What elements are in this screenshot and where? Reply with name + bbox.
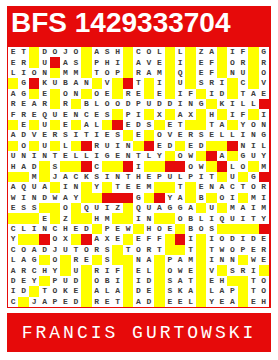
grid-cell: E bbox=[133, 234, 143, 244]
grid-cell bbox=[175, 224, 185, 234]
grid-cell bbox=[8, 141, 18, 151]
grid-cell: D bbox=[217, 89, 227, 99]
grid-cell: A bbox=[217, 182, 227, 192]
grid-cell: O bbox=[29, 68, 39, 78]
grid-cell: N bbox=[227, 68, 237, 78]
grid-cell bbox=[71, 161, 81, 171]
grid-cell bbox=[71, 213, 81, 223]
grid-cell: B bbox=[185, 224, 195, 234]
grid-cell bbox=[29, 141, 39, 151]
grid-cell bbox=[50, 68, 60, 78]
grid-cell: G bbox=[18, 89, 28, 99]
grid-cell: D bbox=[196, 141, 206, 151]
grid-cell bbox=[154, 161, 164, 171]
grid-cell bbox=[29, 57, 39, 67]
grid-cell: A bbox=[175, 109, 185, 119]
grid-cell bbox=[154, 193, 164, 203]
grid-cell bbox=[165, 245, 175, 255]
grid-cell: U bbox=[144, 99, 154, 109]
grid-cell: O bbox=[18, 245, 28, 255]
grid-cell bbox=[217, 47, 227, 57]
grid-cell bbox=[8, 120, 18, 130]
grid-cell: I bbox=[206, 234, 216, 244]
grid-cell bbox=[217, 161, 227, 171]
grid-cell: E bbox=[185, 265, 195, 275]
grid-cell: D bbox=[227, 234, 237, 244]
grid-cell: J bbox=[50, 172, 60, 182]
grid-cell bbox=[123, 130, 133, 140]
grid-cell: R bbox=[92, 265, 102, 275]
grid-cell: A bbox=[185, 286, 195, 296]
grid-cell: S bbox=[206, 224, 216, 234]
grid-cell: E bbox=[112, 151, 122, 161]
grid-cell bbox=[60, 265, 70, 275]
grid-cell: R bbox=[92, 297, 102, 307]
grid-cell: L bbox=[71, 151, 81, 161]
grid-cell: U bbox=[165, 172, 175, 182]
grid-cell: M bbox=[248, 193, 258, 203]
grid-cell bbox=[248, 109, 258, 119]
grid-cell: N bbox=[227, 255, 237, 265]
grid-cell: H bbox=[60, 224, 70, 234]
grid-cell bbox=[81, 193, 91, 203]
grid-cell: U bbox=[71, 265, 81, 275]
grid-cell bbox=[217, 172, 227, 182]
grid-cell: W bbox=[248, 255, 258, 265]
grid-cell bbox=[227, 89, 237, 99]
grid-cell: E bbox=[165, 224, 175, 234]
grid-cell: S bbox=[165, 286, 175, 296]
grid-cell: I bbox=[206, 89, 216, 99]
grid-cell bbox=[123, 255, 133, 265]
grid-cell: G bbox=[248, 172, 258, 182]
grid-cell: E bbox=[206, 130, 216, 140]
grid-cell: I bbox=[238, 213, 248, 223]
grid-cell: N bbox=[112, 172, 122, 182]
grid-cell: U bbox=[39, 141, 49, 151]
grid-cell: D bbox=[8, 276, 18, 286]
grid-cell bbox=[165, 182, 175, 192]
grid-cell: W bbox=[217, 245, 227, 255]
grid-cell bbox=[175, 234, 185, 244]
grid-cell bbox=[18, 213, 28, 223]
grid-cell: Z bbox=[196, 47, 206, 57]
grid-cell: L bbox=[248, 99, 258, 109]
grid-cell bbox=[154, 276, 164, 286]
grid-cell: W bbox=[196, 161, 206, 171]
grid-cell: E bbox=[206, 276, 216, 286]
grid-cell: Y bbox=[165, 193, 175, 203]
grid-cell: C bbox=[92, 161, 102, 171]
grid-cell: U bbox=[102, 141, 112, 151]
grid-cell: S bbox=[165, 276, 175, 286]
grid-cell bbox=[81, 141, 91, 151]
grid-cell: T bbox=[154, 245, 164, 255]
grid-cell: A bbox=[92, 234, 102, 244]
grid-cell: E bbox=[196, 182, 206, 192]
grid-cell: Q bbox=[217, 213, 227, 223]
cover-red-background: BFS 1429333704 ETDOJOASHCOLLZAIFGERUASPH… bbox=[7, 6, 271, 308]
grid-cell: T bbox=[185, 276, 195, 286]
grid-cell: R bbox=[259, 57, 269, 67]
grid-cell: P bbox=[154, 172, 164, 182]
grid-cell: U bbox=[92, 203, 102, 213]
grid-cell: D bbox=[39, 47, 49, 57]
grid-cell: F bbox=[238, 109, 248, 119]
grid-cell: R bbox=[238, 265, 248, 275]
grid-cell: T bbox=[112, 297, 122, 307]
grid-cell bbox=[144, 130, 154, 140]
grid-cell: R bbox=[259, 182, 269, 192]
grid-cell bbox=[185, 120, 195, 130]
grid-cell: H bbox=[8, 161, 18, 171]
grid-cell bbox=[112, 120, 122, 130]
grid-cell: E bbox=[196, 57, 206, 67]
grid-cell: H bbox=[92, 213, 102, 223]
grid-cell: S bbox=[102, 245, 112, 255]
grid-cell: O bbox=[154, 224, 164, 234]
grid-cell: E bbox=[102, 297, 112, 307]
grid-cell bbox=[133, 224, 143, 234]
grid-cell bbox=[29, 89, 39, 99]
grid-cell: T bbox=[248, 213, 258, 223]
grid-cell: O bbox=[165, 265, 175, 275]
grid-cell: E bbox=[133, 182, 143, 192]
grid-cell: S bbox=[102, 255, 112, 265]
grid-cell: D bbox=[39, 193, 49, 203]
grid-cell: C bbox=[50, 224, 60, 234]
grid-cell: N bbox=[71, 109, 81, 119]
grid-cell: U bbox=[8, 151, 18, 161]
grid-cell: S bbox=[227, 265, 237, 275]
grid-cell: O bbox=[154, 130, 164, 140]
grid-cell bbox=[206, 141, 216, 151]
grid-cell bbox=[39, 172, 49, 182]
grid-cell: L bbox=[217, 130, 227, 140]
grid-cell: E bbox=[259, 234, 269, 244]
grid-cell: D bbox=[144, 297, 154, 307]
grid-cell: E bbox=[8, 203, 18, 213]
grid-cell: I bbox=[175, 89, 185, 99]
grid-cell: K bbox=[217, 99, 227, 109]
grid-cell: L bbox=[92, 99, 102, 109]
grid-cell bbox=[133, 141, 143, 151]
grid-cell: G bbox=[29, 255, 39, 265]
grid-cell: Y bbox=[71, 193, 81, 203]
grid-cell: E bbox=[248, 297, 258, 307]
grid-cell: A bbox=[8, 182, 18, 192]
grid-cell: O bbox=[238, 161, 248, 171]
grid-cell bbox=[165, 57, 175, 67]
grid-cell: S bbox=[50, 161, 60, 171]
grid-cell: O bbox=[196, 224, 206, 234]
grid-cell: R bbox=[8, 99, 18, 109]
grid-cell: E bbox=[71, 224, 81, 234]
grid-cell: G bbox=[133, 193, 143, 203]
grid-cell bbox=[196, 109, 206, 119]
grid-cell bbox=[112, 161, 122, 171]
grid-cell: E bbox=[133, 265, 143, 275]
grid-cell: O bbox=[50, 255, 60, 265]
grid-cell: M bbox=[144, 182, 154, 192]
grid-cell: N bbox=[185, 99, 195, 109]
grid-cell: T bbox=[206, 172, 216, 182]
grid-cell bbox=[29, 286, 39, 296]
grid-cell: Q bbox=[39, 109, 49, 119]
grid-cell bbox=[154, 182, 164, 192]
grid-cell: B bbox=[185, 213, 195, 223]
grid-cell: I bbox=[60, 182, 70, 192]
grid-cell: L bbox=[238, 99, 248, 109]
grid-cell: T bbox=[39, 286, 49, 296]
grid-cell: R bbox=[206, 78, 216, 88]
grid-cell: L bbox=[206, 286, 216, 296]
grid-cell: A bbox=[29, 245, 39, 255]
grid-cell: O bbox=[50, 286, 60, 296]
grid-cell: F bbox=[206, 68, 216, 78]
grid-cell bbox=[248, 47, 258, 57]
grid-cell: I bbox=[92, 130, 102, 140]
grid-cell: E bbox=[39, 213, 49, 223]
grid-cell bbox=[102, 120, 112, 130]
grid-cell bbox=[238, 286, 248, 296]
grid-cell: E bbox=[154, 89, 164, 99]
grid-cell bbox=[123, 234, 133, 244]
grid-cell: B bbox=[196, 193, 206, 203]
grid-cell: D bbox=[144, 276, 154, 286]
grid-cell: H bbox=[102, 57, 112, 67]
grid-cell: E bbox=[71, 286, 81, 296]
grid-cell: I bbox=[102, 265, 112, 275]
grid-cell: O bbox=[71, 47, 81, 57]
grid-cell bbox=[92, 193, 102, 203]
grid-cell: O bbox=[60, 89, 70, 99]
grid-cell: T bbox=[92, 68, 102, 78]
grid-cell bbox=[81, 213, 91, 223]
grid-cell: I bbox=[175, 57, 185, 67]
grid-cell: U bbox=[206, 203, 216, 213]
grid-cell bbox=[81, 234, 91, 244]
grid-cell bbox=[112, 255, 122, 265]
grid-cell: N bbox=[206, 182, 216, 192]
grid-cell: L bbox=[227, 130, 237, 140]
author-band: FRANCIS GURTOWSKI bbox=[7, 313, 271, 352]
grid-cell bbox=[50, 57, 60, 67]
grid-cell bbox=[8, 78, 18, 88]
grid-cell: A bbox=[133, 57, 143, 67]
grid-cell: P bbox=[92, 57, 102, 67]
grid-cell bbox=[185, 68, 195, 78]
grid-cell: E bbox=[29, 109, 39, 119]
grid-cell: T bbox=[123, 245, 133, 255]
grid-cell: A bbox=[227, 297, 237, 307]
grid-cell: A bbox=[60, 172, 70, 182]
grid-cell: O bbox=[92, 276, 102, 286]
grid-cell bbox=[196, 297, 206, 307]
grid-cell: I bbox=[102, 203, 112, 213]
grid-cell bbox=[196, 276, 206, 286]
grid-cell: O bbox=[259, 286, 269, 296]
grid-cell bbox=[165, 151, 175, 161]
grid-cell: I bbox=[259, 109, 269, 119]
grid-cell: D bbox=[39, 245, 49, 255]
grid-cell: L bbox=[175, 172, 185, 182]
grid-cell: N bbox=[259, 120, 269, 130]
grid-cell bbox=[60, 161, 70, 171]
grid-cell bbox=[123, 265, 133, 275]
grid-cell bbox=[248, 224, 258, 234]
grid-cell: P bbox=[227, 286, 237, 296]
grid-cell: Z bbox=[112, 203, 122, 213]
grid-cell bbox=[154, 213, 164, 223]
grid-cell: O bbox=[175, 151, 185, 161]
grid-cell: O bbox=[248, 120, 258, 130]
grid-cell bbox=[81, 286, 91, 296]
grid-cell: G bbox=[165, 203, 175, 213]
grid-cell bbox=[39, 276, 49, 286]
grid-cell: S bbox=[102, 109, 112, 119]
grid-cell: P bbox=[165, 255, 175, 265]
grid-cell: G bbox=[259, 130, 269, 140]
grid-cell: Y bbox=[206, 297, 216, 307]
grid-cell bbox=[50, 141, 60, 151]
grid-cell: D bbox=[123, 99, 133, 109]
grid-cell bbox=[217, 224, 227, 234]
grid-cell: H bbox=[133, 172, 143, 182]
grid-cell bbox=[248, 57, 258, 67]
grid-cell: N bbox=[39, 151, 49, 161]
grid-cell: P bbox=[123, 109, 133, 119]
grid-cell: I bbox=[259, 193, 269, 203]
grid-cell: O bbox=[60, 203, 70, 213]
grid-cell: E bbox=[259, 255, 269, 265]
grid-cell bbox=[8, 213, 18, 223]
grid-cell: E bbox=[133, 89, 143, 99]
grid-cell bbox=[39, 255, 49, 265]
grid-cell: N bbox=[217, 255, 227, 265]
grid-cell bbox=[259, 265, 269, 275]
grid-cell: R bbox=[259, 245, 269, 255]
grid-cell bbox=[60, 255, 70, 265]
grid-cell: B bbox=[81, 99, 91, 109]
grid-cell: M bbox=[185, 255, 195, 265]
grid-cell: E bbox=[133, 130, 143, 140]
grid-cell bbox=[196, 286, 206, 296]
grid-cell: O bbox=[92, 89, 102, 99]
grid-cell: F bbox=[185, 89, 195, 99]
grid-cell: M bbox=[29, 172, 39, 182]
grid-cell bbox=[227, 151, 237, 161]
grid-cell: E bbox=[196, 68, 206, 78]
grid-cell: E bbox=[102, 130, 112, 140]
grid-cell: A bbox=[8, 265, 18, 275]
grid-cell: T bbox=[238, 89, 248, 99]
author-name: FRANCIS GURTOWSKI bbox=[22, 323, 257, 343]
grid-cell: E bbox=[154, 141, 164, 151]
grid-cell: B bbox=[60, 78, 70, 88]
grid-cell bbox=[18, 172, 28, 182]
grid-cell: T bbox=[248, 276, 258, 286]
grid-cell: M bbox=[227, 203, 237, 213]
grid-cell: I bbox=[175, 99, 185, 109]
grid-cell: E bbox=[60, 120, 70, 130]
grid-cell: L bbox=[144, 151, 154, 161]
grid-cell bbox=[165, 109, 175, 119]
grid-cell: E bbox=[18, 276, 28, 286]
grid-cell: M bbox=[60, 68, 70, 78]
grid-cell: U bbox=[144, 203, 154, 213]
grid-cell bbox=[71, 99, 81, 109]
grid-cell: W bbox=[50, 193, 60, 203]
grid-cell bbox=[227, 224, 237, 234]
grid-cell: A bbox=[39, 182, 49, 192]
grid-cell bbox=[165, 47, 175, 57]
grid-cell: D bbox=[133, 286, 143, 296]
grid-cell: Q bbox=[133, 203, 143, 213]
grid-cell: G bbox=[238, 151, 248, 161]
grid-cell: A bbox=[18, 161, 28, 171]
grid-cell bbox=[175, 245, 185, 255]
grid-cell: I bbox=[238, 234, 248, 244]
grid-cell bbox=[196, 265, 206, 275]
grid-cell: R bbox=[50, 130, 60, 140]
grid-cell: O bbox=[18, 141, 28, 151]
grid-cell bbox=[238, 276, 248, 286]
grid-cell bbox=[217, 203, 227, 213]
grid-cell: E bbox=[154, 57, 164, 67]
grid-cell bbox=[29, 213, 39, 223]
grid-cell: R bbox=[18, 57, 28, 67]
grid-cell: N bbox=[144, 213, 154, 223]
grid-cell: S bbox=[196, 130, 206, 140]
grid-cell: G bbox=[196, 99, 206, 109]
grid-cell: E bbox=[144, 286, 154, 296]
grid-cell: U bbox=[175, 78, 185, 88]
grid-cell: I bbox=[238, 130, 248, 140]
grid-cell: X bbox=[102, 234, 112, 244]
grid-cell: U bbox=[60, 276, 70, 286]
grid-cell: N bbox=[29, 193, 39, 203]
grid-cell: E bbox=[8, 47, 18, 57]
grid-cell bbox=[227, 78, 237, 88]
grid-cell: P bbox=[102, 224, 112, 234]
grid-cell: E bbox=[185, 141, 195, 151]
grid-cell bbox=[196, 234, 206, 244]
grid-cell bbox=[18, 297, 28, 307]
grid-cell: I bbox=[112, 141, 122, 151]
grid-cell: J bbox=[50, 245, 60, 255]
grid-cell bbox=[206, 151, 216, 161]
grid-cell: D bbox=[18, 286, 28, 296]
grid-cell: A bbox=[154, 203, 164, 213]
grid-cell: A bbox=[206, 47, 216, 57]
grid-cell: E bbox=[92, 109, 102, 119]
grid-cell: O bbox=[259, 68, 269, 78]
grid-cell: A bbox=[144, 255, 154, 265]
grid-cell: A bbox=[185, 203, 195, 213]
grid-cell: L bbox=[227, 161, 237, 171]
grid-cell: T bbox=[175, 182, 185, 192]
grid-cell: J bbox=[29, 297, 39, 307]
grid-cell: Y bbox=[8, 234, 18, 244]
grid-cell bbox=[196, 255, 206, 265]
grid-cell: P bbox=[50, 297, 60, 307]
grid-cell bbox=[112, 193, 122, 203]
grid-cell bbox=[196, 245, 206, 255]
grid-cell: I bbox=[227, 109, 237, 119]
grid-cell bbox=[217, 265, 227, 275]
grid-cell: L bbox=[144, 265, 154, 275]
